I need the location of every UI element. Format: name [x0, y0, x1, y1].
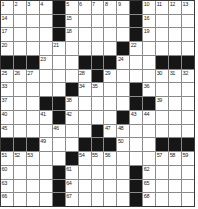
- white-cell-r14c10[interactable]: [117, 180, 129, 193]
- white-cell-r12c5[interactable]: [53, 152, 65, 165]
- white-cell-r2c15[interactable]: [182, 15, 194, 28]
- white-cell-r6c1[interactable]: 25: [1, 70, 13, 83]
- white-cell-r10c3[interactable]: [27, 125, 39, 138]
- white-cell-r12c14[interactable]: 58: [169, 152, 181, 165]
- white-cell-r1c3[interactable]: 3: [27, 1, 39, 14]
- white-cell-r14c1[interactable]: 63: [1, 180, 13, 193]
- clue-number: 31: [170, 70, 175, 76]
- white-cell-r12c12[interactable]: [143, 152, 155, 165]
- white-cell-r1c14[interactable]: 12: [169, 1, 181, 14]
- clue-number: 59: [183, 152, 188, 158]
- white-cell-r8c13[interactable]: 39: [156, 97, 168, 110]
- white-cell-r3c6[interactable]: 18: [66, 28, 78, 41]
- white-cell-r7c4[interactable]: [40, 83, 52, 96]
- white-cell-r8c10[interactable]: [117, 97, 129, 110]
- clue-number: 23: [40, 56, 45, 62]
- white-cell-r10c2[interactable]: [14, 125, 26, 138]
- black-cell-r13c5: [53, 166, 65, 179]
- clue-number: 16: [144, 15, 149, 21]
- white-cell-r11c10[interactable]: 50: [117, 138, 129, 151]
- clue-number: 36: [144, 83, 149, 89]
- white-cell-r11c12[interactable]: [143, 138, 155, 151]
- clue-number: 4: [40, 1, 43, 7]
- clue-number: 57: [157, 152, 162, 158]
- white-cell-r7c1[interactable]: 33: [1, 83, 13, 96]
- black-cell-r2c11: [130, 15, 142, 28]
- white-cell-r6c11[interactable]: [130, 70, 142, 83]
- white-cell-r9c2[interactable]: [14, 111, 26, 124]
- black-cell-r2c5: [53, 15, 65, 28]
- white-cell-r15c3[interactable]: [27, 193, 39, 206]
- white-cell-r7c3[interactable]: [27, 83, 39, 96]
- clue-number: 5: [66, 1, 69, 7]
- white-cell-r6c15[interactable]: 32: [182, 70, 194, 83]
- black-cell-r11c1: [1, 138, 13, 151]
- white-cell-r5c10[interactable]: 24: [117, 56, 129, 69]
- clue-number: 39: [157, 97, 162, 103]
- white-cell-r15c6[interactable]: 67: [66, 193, 78, 206]
- white-cell-r2c9[interactable]: [104, 15, 116, 28]
- clue-number: 38: [66, 97, 71, 103]
- white-cell-r3c7[interactable]: [79, 28, 91, 41]
- white-cell-r15c2[interactable]: [14, 193, 26, 206]
- clue-number: 19: [144, 28, 149, 34]
- white-cell-r6c7[interactable]: 28: [79, 70, 91, 83]
- clue-number: 17: [2, 28, 7, 34]
- black-cell-r1c5: [53, 1, 65, 14]
- black-cell-r7c6: [66, 83, 78, 96]
- white-cell-r2c6[interactable]: 15: [66, 15, 78, 28]
- black-cell-r11c13: [156, 138, 168, 151]
- black-cell-r3c11: [130, 28, 142, 41]
- white-cell-r14c8[interactable]: [92, 180, 104, 193]
- white-cell-r11c11[interactable]: [130, 138, 142, 151]
- white-cell-r4c3[interactable]: [27, 42, 39, 55]
- black-cell-r4c10: [117, 42, 129, 55]
- white-cell-r6c3[interactable]: 27: [27, 70, 39, 83]
- white-cell-r15c1[interactable]: 66: [1, 193, 13, 206]
- white-cell-r10c10[interactable]: 48: [117, 125, 129, 138]
- clue-number: 60: [2, 166, 7, 172]
- clue-number: 25: [2, 70, 7, 76]
- clue-number: 53: [27, 152, 32, 158]
- white-cell-r8c3[interactable]: [27, 97, 39, 110]
- white-cell-r12c1[interactable]: 51: [1, 152, 13, 165]
- clue-number: 66: [2, 193, 7, 199]
- white-cell-r13c14[interactable]: [169, 166, 181, 179]
- white-cell-r4c8[interactable]: [92, 42, 104, 55]
- white-cell-r14c2[interactable]: [14, 180, 26, 193]
- white-cell-r10c6[interactable]: [66, 125, 78, 138]
- white-cell-r14c4[interactable]: [40, 180, 52, 193]
- white-cell-r2c3[interactable]: [27, 15, 39, 28]
- white-cell-r4c12[interactable]: [143, 42, 155, 55]
- white-cell-r8c1[interactable]: 37: [1, 97, 13, 110]
- white-cell-r8c6[interactable]: 38: [66, 97, 78, 110]
- clue-number: 49: [40, 138, 45, 144]
- white-cell-r2c2[interactable]: [14, 15, 26, 28]
- white-cell-r4c9[interactable]: [104, 42, 116, 55]
- white-cell-r1c6[interactable]: 5: [66, 1, 78, 14]
- white-cell-r15c13[interactable]: [156, 193, 168, 206]
- white-cell-r14c13[interactable]: [156, 180, 168, 193]
- black-cell-r11c15: [182, 138, 194, 151]
- white-cell-r12c15[interactable]: 59: [182, 152, 194, 165]
- white-cell-r5c5[interactable]: [53, 56, 65, 69]
- white-cell-r4c4[interactable]: [40, 42, 52, 55]
- clue-number: 22: [131, 42, 136, 48]
- clue-number: 50: [118, 138, 123, 144]
- black-cell-r14c11: [130, 180, 142, 193]
- white-cell-r10c12[interactable]: [143, 125, 155, 138]
- white-cell-r9c12[interactable]: 44: [143, 111, 155, 124]
- white-cell-r9c8[interactable]: [92, 111, 104, 124]
- white-cell-r4c1[interactable]: 20: [1, 42, 13, 55]
- white-cell-r8c8[interactable]: [92, 97, 104, 110]
- white-cell-r7c5[interactable]: [53, 83, 65, 96]
- black-cell-r15c11: [130, 193, 142, 206]
- white-cell-r14c7[interactable]: [79, 180, 91, 193]
- white-cell-r12c13[interactable]: 57: [156, 152, 168, 165]
- white-cell-r13c8[interactable]: [92, 166, 104, 179]
- clue-number: 64: [66, 180, 71, 186]
- clue-number: 65: [144, 180, 149, 186]
- white-cell-r12c11[interactable]: [130, 152, 142, 165]
- white-cell-r1c9[interactable]: 8: [104, 1, 116, 14]
- white-cell-r1c8[interactable]: 7: [92, 1, 104, 14]
- clue-number: 20: [2, 42, 7, 48]
- white-cell-r8c14[interactable]: [169, 97, 181, 110]
- white-cell-r9c9[interactable]: [104, 111, 116, 124]
- black-cell-r5c15: [182, 56, 194, 69]
- clue-number: 62: [144, 166, 149, 172]
- white-cell-r14c15[interactable]: [182, 180, 194, 193]
- clue-number: 15: [66, 15, 71, 21]
- black-cell-r8c5: [53, 97, 65, 110]
- white-cell-r9c7[interactable]: [79, 111, 91, 124]
- black-cell-r5c7: [79, 56, 91, 69]
- white-cell-r4c14[interactable]: [169, 42, 181, 55]
- white-cell-r15c4[interactable]: [40, 193, 52, 206]
- white-cell-r3c8[interactable]: [92, 28, 104, 41]
- white-cell-r1c12[interactable]: 10: [143, 1, 155, 14]
- white-cell-r3c10[interactable]: [117, 28, 129, 41]
- clue-number: 13: [183, 1, 188, 7]
- white-cell-r6c10[interactable]: [117, 70, 129, 83]
- white-cell-r15c7[interactable]: [79, 193, 91, 206]
- clue-number: 47: [105, 125, 110, 131]
- white-cell-r3c1[interactable]: 17: [1, 28, 13, 41]
- white-cell-r4c5[interactable]: 21: [53, 42, 65, 55]
- white-cell-r15c8[interactable]: [92, 193, 104, 206]
- black-cell-r12c6: [66, 152, 78, 165]
- white-cell-r4c15[interactable]: [182, 42, 194, 55]
- white-cell-r7c14[interactable]: [169, 83, 181, 96]
- clue-number: 54: [79, 152, 84, 158]
- white-cell-r9c3[interactable]: [27, 111, 39, 124]
- clue-number: 61: [66, 166, 71, 172]
- clue-number: 2: [14, 1, 17, 7]
- black-cell-r11c8: [92, 138, 104, 151]
- white-cell-r5c6[interactable]: [66, 56, 78, 69]
- white-cell-r14c6[interactable]: 64: [66, 180, 78, 193]
- white-cell-r2c7[interactable]: [79, 15, 91, 28]
- white-cell-r1c1[interactable]: 1: [1, 1, 13, 14]
- clue-number: 11: [157, 1, 162, 7]
- white-cell-r13c6[interactable]: 61: [66, 166, 78, 179]
- white-cell-r2c14[interactable]: [169, 15, 181, 28]
- white-cell-r10c1[interactable]: 45: [1, 125, 13, 138]
- black-cell-r14c5: [53, 180, 65, 193]
- black-cell-r11c7: [79, 138, 91, 151]
- black-cell-r11c3: [27, 138, 39, 151]
- white-cell-r4c6[interactable]: [66, 42, 78, 55]
- white-cell-r9c4[interactable]: 41: [40, 111, 52, 124]
- clue-number: 40: [2, 111, 7, 117]
- clue-number: 27: [27, 70, 32, 76]
- white-cell-r7c12[interactable]: 36: [143, 83, 155, 96]
- white-cell-r3c12[interactable]: 19: [143, 28, 155, 41]
- white-cell-r7c8[interactable]: 35: [92, 83, 104, 96]
- white-cell-r8c15[interactable]: [182, 97, 194, 110]
- white-cell-r5c4[interactable]: 23: [40, 56, 52, 69]
- white-cell-r2c13[interactable]: [156, 15, 168, 28]
- clue-number: 30: [157, 70, 162, 76]
- white-cell-r15c14[interactable]: [169, 193, 181, 206]
- white-cell-r14c3[interactable]: [27, 180, 39, 193]
- white-cell-r4c7[interactable]: [79, 42, 91, 55]
- black-cell-r6c8: [92, 70, 104, 83]
- white-cell-r12c9[interactable]: 56: [104, 152, 116, 165]
- white-cell-r13c15[interactable]: [182, 166, 194, 179]
- white-cell-r6c2[interactable]: 26: [14, 70, 26, 83]
- white-cell-r11c6[interactable]: [66, 138, 78, 151]
- white-cell-r2c10[interactable]: [117, 15, 129, 28]
- clue-number: 3: [27, 1, 30, 7]
- white-cell-r3c15[interactable]: [182, 28, 194, 41]
- white-cell-r15c10[interactable]: [117, 193, 129, 206]
- clue-number: 8: [105, 1, 108, 7]
- white-cell-r11c4[interactable]: 49: [40, 138, 52, 151]
- white-cell-r13c12[interactable]: 62: [143, 166, 155, 179]
- white-cell-r10c14[interactable]: [169, 125, 181, 138]
- white-cell-r15c15[interactable]: [182, 193, 194, 206]
- clue-number: 28: [79, 70, 84, 76]
- white-cell-r6c5[interactable]: [53, 70, 65, 83]
- clue-number: 7: [92, 1, 95, 7]
- white-cell-r5c12[interactable]: [143, 56, 155, 69]
- white-cell-r6c13[interactable]: 30: [156, 70, 168, 83]
- white-cell-r4c2[interactable]: [14, 42, 26, 55]
- white-cell-r3c14[interactable]: [169, 28, 181, 41]
- white-cell-r9c6[interactable]: 42: [66, 111, 78, 124]
- black-cell-r5c8: [92, 56, 104, 69]
- black-cell-r10c8: [92, 125, 104, 138]
- white-cell-r10c11[interactable]: [130, 125, 142, 138]
- clue-number: 26: [14, 70, 19, 76]
- clue-number: 67: [66, 193, 71, 199]
- white-cell-r1c13[interactable]: 11: [156, 1, 168, 14]
- black-cell-r5c14: [169, 56, 181, 69]
- clue-number: 56: [105, 152, 110, 158]
- clue-number: 55: [92, 152, 97, 158]
- black-cell-r5c1: [1, 56, 13, 69]
- white-cell-r13c9[interactable]: [104, 166, 116, 179]
- white-cell-r9c13[interactable]: [156, 111, 168, 124]
- clue-number: 45: [2, 125, 7, 131]
- clue-number: 14: [2, 15, 7, 21]
- white-cell-r2c12[interactable]: 16: [143, 15, 155, 28]
- black-cell-r8c11: [130, 97, 142, 110]
- clue-number: 10: [144, 1, 149, 7]
- clue-number: 24: [118, 56, 123, 62]
- white-cell-r1c2[interactable]: 2: [14, 1, 26, 14]
- white-cell-r8c2[interactable]: [14, 97, 26, 110]
- white-cell-r13c10[interactable]: [117, 166, 129, 179]
- clue-number: 21: [53, 42, 58, 48]
- black-cell-r7c11: [130, 83, 142, 96]
- clue-number: 35: [92, 83, 97, 89]
- black-cell-r8c4: [40, 97, 52, 110]
- white-cell-r13c3[interactable]: [27, 166, 39, 179]
- clue-number: 51: [2, 152, 7, 158]
- white-cell-r9c11[interactable]: 43: [130, 111, 142, 124]
- puzzle-canvas: 1234567891011121314151617181920212223242…: [0, 0, 198, 209]
- white-cell-r13c1[interactable]: 60: [1, 166, 13, 179]
- clue-number: 48: [118, 125, 123, 131]
- white-cell-r4c13[interactable]: [156, 42, 168, 55]
- white-cell-r7c9[interactable]: [104, 83, 116, 96]
- white-cell-r1c10[interactable]: 9: [117, 1, 129, 14]
- white-cell-r12c7[interactable]: 54: [79, 152, 91, 165]
- white-cell-r10c5[interactable]: 46: [53, 125, 65, 138]
- black-cell-r11c2: [14, 138, 26, 151]
- white-cell-r1c15[interactable]: 13: [182, 1, 194, 14]
- white-cell-r10c7[interactable]: [79, 125, 91, 138]
- black-cell-r5c9: [104, 56, 116, 69]
- white-cell-r6c6[interactable]: [66, 70, 78, 83]
- clue-number: 44: [144, 111, 149, 117]
- white-cell-r9c1[interactable]: 40: [1, 111, 13, 124]
- clue-number: 9: [118, 1, 121, 7]
- white-cell-r3c2[interactable]: [14, 28, 26, 41]
- white-cell-r3c9[interactable]: [104, 28, 116, 41]
- white-cell-r12c8[interactable]: 55: [92, 152, 104, 165]
- clue-number: 29: [105, 70, 110, 76]
- clue-number: 58: [170, 152, 175, 158]
- white-cell-r14c14[interactable]: [169, 180, 181, 193]
- black-cell-r5c13: [156, 56, 168, 69]
- clue-number: 43: [131, 111, 136, 117]
- white-cell-r9c14[interactable]: [169, 111, 181, 124]
- clue-number: 52: [14, 152, 19, 158]
- clue-number: 6: [79, 1, 82, 7]
- white-cell-r13c13[interactable]: [156, 166, 168, 179]
- white-cell-r1c7[interactable]: 6: [79, 1, 91, 14]
- white-cell-r8c7[interactable]: [79, 97, 91, 110]
- clue-number: 12: [170, 1, 175, 7]
- clue-number: 34: [79, 83, 84, 89]
- white-cell-r13c2[interactable]: [14, 166, 26, 179]
- white-cell-r15c12[interactable]: 68: [143, 193, 155, 206]
- white-cell-r7c10[interactable]: [117, 83, 129, 96]
- white-cell-r12c2[interactable]: 52: [14, 152, 26, 165]
- black-cell-r3c5: [53, 28, 65, 41]
- white-cell-r6c4[interactable]: [40, 70, 52, 83]
- black-cell-r5c2: [14, 56, 26, 69]
- white-cell-r8c9[interactable]: [104, 97, 116, 110]
- white-cell-r7c13[interactable]: [156, 83, 168, 96]
- white-cell-r2c8[interactable]: [92, 15, 104, 28]
- clue-number: 32: [183, 70, 188, 76]
- white-cell-r13c4[interactable]: [40, 166, 52, 179]
- white-cell-r2c4[interactable]: [40, 15, 52, 28]
- clue-number: 33: [2, 83, 7, 89]
- white-cell-r12c10[interactable]: [117, 152, 129, 165]
- black-cell-r5c3: [27, 56, 39, 69]
- white-cell-r6c12[interactable]: [143, 70, 155, 83]
- white-cell-r3c13[interactable]: [156, 28, 168, 41]
- clue-number: 37: [2, 97, 7, 103]
- white-cell-r3c4[interactable]: [40, 28, 52, 41]
- clue-number: 42: [66, 111, 71, 117]
- white-cell-r14c12[interactable]: 65: [143, 180, 155, 193]
- clue-number: 68: [144, 193, 149, 199]
- white-cell-r7c7[interactable]: 34: [79, 83, 91, 96]
- white-cell-r10c13[interactable]: [156, 125, 168, 138]
- black-cell-r11c9: [104, 138, 116, 151]
- white-cell-r15c9[interactable]: [104, 193, 116, 206]
- clue-number: 46: [53, 125, 58, 131]
- white-cell-r14c9[interactable]: [104, 180, 116, 193]
- white-cell-r7c15[interactable]: [182, 83, 194, 96]
- black-cell-r8c12: [143, 97, 155, 110]
- white-cell-r7c2[interactable]: [14, 83, 26, 96]
- white-cell-r10c4[interactable]: [40, 125, 52, 138]
- white-cell-r10c15[interactable]: [182, 125, 194, 138]
- crossword-board: 1234567891011121314151617181920212223242…: [0, 0, 195, 207]
- clue-number: 18: [66, 28, 71, 34]
- white-cell-r6c14[interactable]: 31: [169, 70, 181, 83]
- black-cell-r1c11: [130, 1, 142, 14]
- white-cell-r3c3[interactable]: [27, 28, 39, 41]
- white-cell-r4c11[interactable]: 22: [130, 42, 142, 55]
- white-cell-r12c4[interactable]: [40, 152, 52, 165]
- black-cell-r9c10: [117, 111, 129, 124]
- black-cell-r13c11: [130, 166, 142, 179]
- white-cell-r5c11[interactable]: [130, 56, 142, 69]
- white-cell-r12c3[interactable]: 53: [27, 152, 39, 165]
- white-cell-r9c15[interactable]: [182, 111, 194, 124]
- white-cell-r6c9[interactable]: 29: [104, 70, 116, 83]
- clue-number: 63: [2, 180, 7, 186]
- black-cell-r15c5: [53, 193, 65, 206]
- clue-number: 1: [2, 1, 5, 7]
- black-cell-r11c14: [169, 138, 181, 151]
- white-cell-r13c7[interactable]: [79, 166, 91, 179]
- white-cell-r1c4[interactable]: 4: [40, 1, 52, 14]
- white-cell-r10c9[interactable]: 47: [104, 125, 116, 138]
- black-cell-r9c5: [53, 111, 65, 124]
- white-cell-r11c5[interactable]: [53, 138, 65, 151]
- clue-number: 41: [40, 111, 45, 117]
- white-cell-r2c1[interactable]: 14: [1, 15, 13, 28]
